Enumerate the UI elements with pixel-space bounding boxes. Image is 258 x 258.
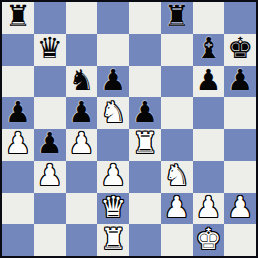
square-f5[interactable] — [161, 97, 193, 129]
piece-white-pawn[interactable]: ♟ — [5, 129, 31, 158]
square-a1[interactable] — [2, 224, 34, 256]
piece-white-knight[interactable]: ♞ — [100, 98, 126, 127]
square-e7[interactable] — [129, 34, 161, 66]
piece-black-pawn[interactable]: ♟ — [68, 98, 94, 127]
square-d2[interactable]: ♛ — [97, 193, 129, 225]
piece-black-rook[interactable]: ♜ — [5, 2, 31, 31]
piece-white-rook[interactable]: ♜ — [132, 129, 158, 158]
square-h8[interactable] — [224, 2, 256, 34]
square-e4[interactable]: ♜ — [129, 129, 161, 161]
square-e8[interactable] — [129, 2, 161, 34]
square-c1[interactable] — [66, 224, 98, 256]
square-d7[interactable] — [97, 34, 129, 66]
piece-white-pawn[interactable]: ♟ — [164, 193, 190, 222]
piece-white-pawn[interactable]: ♟ — [68, 129, 94, 158]
square-e1[interactable] — [129, 224, 161, 256]
square-b4[interactable]: ♟ — [34, 129, 66, 161]
piece-black-pawn[interactable]: ♟ — [5, 98, 31, 127]
piece-white-pawn[interactable]: ♟ — [195, 193, 221, 222]
piece-black-pawn[interactable]: ♟ — [227, 66, 253, 95]
square-b8[interactable] — [34, 2, 66, 34]
square-f7[interactable] — [161, 34, 193, 66]
square-c7[interactable] — [66, 34, 98, 66]
square-b2[interactable] — [34, 193, 66, 225]
square-g2[interactable]: ♟ — [193, 193, 225, 225]
square-a7[interactable] — [2, 34, 34, 66]
piece-white-pawn[interactable]: ♟ — [227, 193, 253, 222]
piece-white-pawn[interactable]: ♟ — [100, 161, 126, 190]
square-a6[interactable] — [2, 66, 34, 98]
square-a3[interactable] — [2, 161, 34, 193]
square-a4[interactable]: ♟ — [2, 129, 34, 161]
square-d4[interactable] — [97, 129, 129, 161]
square-g7[interactable]: ♝ — [193, 34, 225, 66]
square-h7[interactable]: ♚ — [224, 34, 256, 66]
square-c6[interactable]: ♞ — [66, 66, 98, 98]
piece-white-queen[interactable]: ♛ — [100, 193, 126, 222]
square-h1[interactable] — [224, 224, 256, 256]
square-b7[interactable]: ♛ — [34, 34, 66, 66]
square-d6[interactable]: ♟ — [97, 66, 129, 98]
square-b1[interactable] — [34, 224, 66, 256]
square-g4[interactable] — [193, 129, 225, 161]
piece-black-bishop[interactable]: ♝ — [195, 34, 221, 63]
piece-black-queen[interactable]: ♛ — [37, 34, 63, 63]
square-e5[interactable]: ♟ — [129, 97, 161, 129]
square-c2[interactable] — [66, 193, 98, 225]
square-f2[interactable]: ♟ — [161, 193, 193, 225]
piece-black-pawn[interactable]: ♟ — [195, 66, 221, 95]
square-b5[interactable] — [34, 97, 66, 129]
square-g3[interactable] — [193, 161, 225, 193]
square-f3[interactable]: ♞ — [161, 161, 193, 193]
square-a8[interactable]: ♜ — [2, 2, 34, 34]
piece-white-rook[interactable]: ♜ — [100, 225, 126, 254]
piece-black-pawn[interactable]: ♟ — [132, 98, 158, 127]
chess-board: ♜♜♛♝♚♞♟♟♟♟♟♞♟♟♟♟♜♟♟♞♛♟♟♟♜♚ — [0, 0, 258, 258]
square-g6[interactable]: ♟ — [193, 66, 225, 98]
square-c4[interactable]: ♟ — [66, 129, 98, 161]
square-a2[interactable] — [2, 193, 34, 225]
piece-black-pawn[interactable]: ♟ — [37, 129, 63, 158]
piece-black-king[interactable]: ♚ — [227, 34, 253, 63]
square-h3[interactable] — [224, 161, 256, 193]
piece-white-king[interactable]: ♚ — [195, 225, 221, 254]
square-e6[interactable] — [129, 66, 161, 98]
square-f1[interactable] — [161, 224, 193, 256]
square-f8[interactable]: ♜ — [161, 2, 193, 34]
square-e2[interactable] — [129, 193, 161, 225]
square-e3[interactable] — [129, 161, 161, 193]
square-h5[interactable] — [224, 97, 256, 129]
piece-white-knight[interactable]: ♞ — [164, 161, 190, 190]
square-f4[interactable] — [161, 129, 193, 161]
piece-black-pawn[interactable]: ♟ — [100, 66, 126, 95]
square-f6[interactable] — [161, 66, 193, 98]
piece-black-knight[interactable]: ♞ — [68, 66, 94, 95]
square-b3[interactable]: ♟ — [34, 161, 66, 193]
square-c8[interactable] — [66, 2, 98, 34]
square-d5[interactable]: ♞ — [97, 97, 129, 129]
piece-white-pawn[interactable]: ♟ — [37, 161, 63, 190]
square-d1[interactable]: ♜ — [97, 224, 129, 256]
square-d8[interactable] — [97, 2, 129, 34]
square-d3[interactable]: ♟ — [97, 161, 129, 193]
square-c5[interactable]: ♟ — [66, 97, 98, 129]
square-c3[interactable] — [66, 161, 98, 193]
piece-black-rook[interactable]: ♜ — [164, 2, 190, 31]
square-a5[interactable]: ♟ — [2, 97, 34, 129]
square-h2[interactable]: ♟ — [224, 193, 256, 225]
square-g1[interactable]: ♚ — [193, 224, 225, 256]
square-b6[interactable] — [34, 66, 66, 98]
square-g5[interactable] — [193, 97, 225, 129]
square-h4[interactable] — [224, 129, 256, 161]
square-h6[interactable]: ♟ — [224, 66, 256, 98]
square-g8[interactable] — [193, 2, 225, 34]
